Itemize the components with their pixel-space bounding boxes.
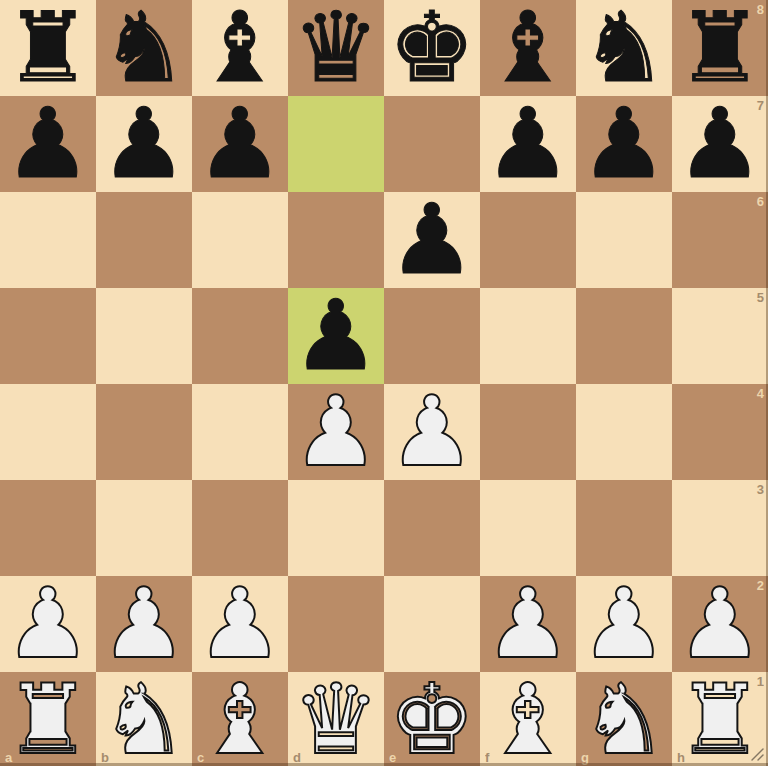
square-c5[interactable] bbox=[192, 288, 288, 384]
black-knight[interactable]: ♞ bbox=[96, 0, 192, 96]
square-h3[interactable]: 3 bbox=[672, 480, 768, 576]
white-king[interactable]: ♚ bbox=[384, 672, 480, 766]
black-king[interactable]: ♚ bbox=[384, 0, 480, 96]
black-pawn[interactable]: ♟ bbox=[96, 96, 192, 192]
square-d4[interactable]: ♟ bbox=[288, 384, 384, 480]
coord-rank-3: 3 bbox=[757, 482, 764, 497]
white-bishop[interactable]: ♝ bbox=[480, 672, 576, 766]
square-g4[interactable] bbox=[576, 384, 672, 480]
square-b7[interactable]: ♟ bbox=[96, 96, 192, 192]
square-g1[interactable]: ♞g bbox=[576, 672, 672, 766]
square-d2[interactable] bbox=[288, 576, 384, 672]
square-e5[interactable] bbox=[384, 288, 480, 384]
square-g2[interactable]: ♟ bbox=[576, 576, 672, 672]
white-queen[interactable]: ♛ bbox=[288, 672, 384, 766]
white-rook[interactable]: ♜ bbox=[0, 672, 96, 766]
black-pawn[interactable]: ♟ bbox=[576, 96, 672, 192]
white-pawn[interactable]: ♟ bbox=[480, 576, 576, 672]
square-e1[interactable]: ♚e bbox=[384, 672, 480, 766]
square-d6[interactable] bbox=[288, 192, 384, 288]
black-bishop[interactable]: ♝ bbox=[480, 0, 576, 96]
square-h5[interactable]: 5 bbox=[672, 288, 768, 384]
white-pawn[interactable]: ♟ bbox=[288, 384, 384, 480]
black-pawn[interactable]: ♟ bbox=[672, 96, 768, 192]
square-b8[interactable]: ♞ bbox=[96, 0, 192, 96]
square-g6[interactable] bbox=[576, 192, 672, 288]
square-d5[interactable]: ♟ bbox=[288, 288, 384, 384]
white-pawn[interactable]: ♟ bbox=[576, 576, 672, 672]
white-pawn[interactable]: ♟ bbox=[96, 576, 192, 672]
white-knight[interactable]: ♞ bbox=[576, 672, 672, 766]
square-g3[interactable] bbox=[576, 480, 672, 576]
chess-board: ♜♞♝♛♚♝♞♜8♟♟♟♟♟♟7♟6♟5♟♟43♟♟♟♟♟♟2♜a♞b♝c♛d♚… bbox=[0, 0, 768, 766]
black-pawn[interactable]: ♟ bbox=[0, 96, 96, 192]
square-b2[interactable]: ♟ bbox=[96, 576, 192, 672]
square-c3[interactable] bbox=[192, 480, 288, 576]
white-pawn[interactable]: ♟ bbox=[672, 576, 768, 672]
square-b5[interactable] bbox=[96, 288, 192, 384]
square-f1[interactable]: ♝f bbox=[480, 672, 576, 766]
square-f5[interactable] bbox=[480, 288, 576, 384]
square-d7[interactable] bbox=[288, 96, 384, 192]
square-f8[interactable]: ♝ bbox=[480, 0, 576, 96]
coord-rank-4: 4 bbox=[757, 386, 764, 401]
square-c6[interactable] bbox=[192, 192, 288, 288]
square-d1[interactable]: ♛d bbox=[288, 672, 384, 766]
square-a7[interactable]: ♟ bbox=[0, 96, 96, 192]
black-knight[interactable]: ♞ bbox=[576, 0, 672, 96]
black-pawn[interactable]: ♟ bbox=[192, 96, 288, 192]
square-c4[interactable] bbox=[192, 384, 288, 480]
white-pawn[interactable]: ♟ bbox=[384, 384, 480, 480]
square-a3[interactable] bbox=[0, 480, 96, 576]
square-a1[interactable]: ♜a bbox=[0, 672, 96, 766]
square-a5[interactable] bbox=[0, 288, 96, 384]
white-bishop[interactable]: ♝ bbox=[192, 672, 288, 766]
square-f3[interactable] bbox=[480, 480, 576, 576]
square-a8[interactable]: ♜ bbox=[0, 0, 96, 96]
square-e6[interactable]: ♟ bbox=[384, 192, 480, 288]
black-rook[interactable]: ♜ bbox=[672, 0, 768, 96]
square-e7[interactable] bbox=[384, 96, 480, 192]
square-b6[interactable] bbox=[96, 192, 192, 288]
square-b4[interactable] bbox=[96, 384, 192, 480]
square-e3[interactable] bbox=[384, 480, 480, 576]
black-pawn[interactable]: ♟ bbox=[384, 192, 480, 288]
square-h8[interactable]: ♜8 bbox=[672, 0, 768, 96]
square-h2[interactable]: ♟2 bbox=[672, 576, 768, 672]
black-pawn[interactable]: ♟ bbox=[288, 288, 384, 384]
square-c7[interactable]: ♟ bbox=[192, 96, 288, 192]
square-f6[interactable] bbox=[480, 192, 576, 288]
square-b3[interactable] bbox=[96, 480, 192, 576]
square-c2[interactable]: ♟ bbox=[192, 576, 288, 672]
square-c8[interactable]: ♝ bbox=[192, 0, 288, 96]
square-g5[interactable] bbox=[576, 288, 672, 384]
square-h6[interactable]: 6 bbox=[672, 192, 768, 288]
square-a4[interactable] bbox=[0, 384, 96, 480]
square-f2[interactable]: ♟ bbox=[480, 576, 576, 672]
square-f4[interactable] bbox=[480, 384, 576, 480]
coord-rank-5: 5 bbox=[757, 290, 764, 305]
square-e2[interactable] bbox=[384, 576, 480, 672]
square-b1[interactable]: ♞b bbox=[96, 672, 192, 766]
square-a6[interactable] bbox=[0, 192, 96, 288]
square-f7[interactable]: ♟ bbox=[480, 96, 576, 192]
black-rook[interactable]: ♜ bbox=[0, 0, 96, 96]
black-pawn[interactable]: ♟ bbox=[480, 96, 576, 192]
square-a2[interactable]: ♟ bbox=[0, 576, 96, 672]
white-pawn[interactable]: ♟ bbox=[192, 576, 288, 672]
resize-handle-icon[interactable] bbox=[749, 746, 765, 762]
square-d8[interactable]: ♛ bbox=[288, 0, 384, 96]
square-e4[interactable]: ♟ bbox=[384, 384, 480, 480]
square-c1[interactable]: ♝c bbox=[192, 672, 288, 766]
square-d3[interactable] bbox=[288, 480, 384, 576]
square-e8[interactable]: ♚ bbox=[384, 0, 480, 96]
square-g7[interactable]: ♟ bbox=[576, 96, 672, 192]
white-pawn[interactable]: ♟ bbox=[0, 576, 96, 672]
square-h7[interactable]: ♟7 bbox=[672, 96, 768, 192]
black-bishop[interactable]: ♝ bbox=[192, 0, 288, 96]
white-knight[interactable]: ♞ bbox=[96, 672, 192, 766]
square-g8[interactable]: ♞ bbox=[576, 0, 672, 96]
coord-rank-6: 6 bbox=[757, 194, 764, 209]
square-h4[interactable]: 4 bbox=[672, 384, 768, 480]
black-queen[interactable]: ♛ bbox=[288, 0, 384, 96]
